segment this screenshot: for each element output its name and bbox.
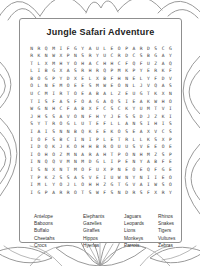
grid-cell[interactable]: O — [79, 167, 86, 175]
grid-cell[interactable]: Y — [101, 113, 108, 121]
grid-cell[interactable]: F — [65, 106, 72, 114]
grid-cell[interactable]: Q — [50, 159, 57, 167]
grid-cell[interactable]: K — [152, 91, 159, 99]
grid-cell[interactable]: K — [108, 129, 115, 137]
grid-cell[interactable]: E — [152, 144, 159, 152]
grid-cell[interactable]: A — [101, 98, 108, 106]
grid-cell[interactable]: S — [79, 174, 86, 182]
grid-cell[interactable]: I — [86, 136, 93, 144]
grid-cell[interactable]: S — [35, 167, 42, 175]
grid-cell[interactable]: G — [72, 45, 79, 53]
grid-cell[interactable]: X — [159, 91, 166, 99]
grid-cell[interactable]: A — [138, 98, 145, 106]
grid-cell[interactable]: W — [152, 182, 159, 190]
grid-cell[interactable]: A — [145, 159, 152, 167]
grid-cell[interactable]: G — [35, 189, 42, 197]
grid-cell[interactable]: X — [145, 129, 152, 137]
grid-cell[interactable]: S — [86, 189, 93, 197]
grid-cell[interactable]: F — [43, 136, 50, 144]
grid-cell[interactable]: T — [145, 91, 152, 99]
grid-cell[interactable]: V — [145, 83, 152, 91]
grid-cell[interactable]: G — [152, 53, 159, 61]
grid-cell[interactable]: A — [86, 98, 93, 106]
grid-cell[interactable]: A — [159, 83, 166, 91]
grid-cell[interactable]: G — [35, 106, 42, 114]
grid-cell[interactable]: C — [130, 53, 137, 61]
grid-cell[interactable]: U — [123, 144, 130, 152]
grid-cell[interactable]: Z — [50, 174, 57, 182]
grid-cell[interactable]: F — [152, 167, 159, 175]
grid-cell[interactable]: U — [28, 91, 35, 99]
grid-cell[interactable]: I — [145, 121, 152, 129]
grid-cell[interactable]: P — [50, 75, 57, 83]
grid-cell[interactable]: N — [43, 167, 50, 175]
grid-cell[interactable]: B — [28, 75, 35, 83]
grid-cell[interactable]: E — [108, 83, 115, 91]
grid-cell[interactable]: A — [138, 129, 145, 137]
grid-cell[interactable]: S — [138, 53, 145, 61]
grid-cell[interactable]: V — [65, 113, 72, 121]
grid-cell[interactable]: E — [72, 83, 79, 91]
grid-cell[interactable]: O — [130, 167, 137, 175]
grid-cell[interactable]: U — [94, 167, 101, 175]
grid-cell[interactable]: Y — [145, 75, 152, 83]
grid-cell[interactable]: O — [35, 136, 42, 144]
grid-cell[interactable]: N — [123, 75, 130, 83]
grid-cell[interactable]: I — [35, 68, 42, 76]
grid-cell[interactable]: S — [79, 53, 86, 61]
grid-cell[interactable]: O — [116, 45, 123, 53]
grid-cell[interactable]: E — [167, 144, 174, 152]
grid-cell[interactable]: N — [43, 106, 50, 114]
grid-cell[interactable]: R — [152, 68, 159, 76]
grid-cell[interactable]: H — [94, 182, 101, 190]
grid-cell[interactable]: W — [116, 174, 123, 182]
grid-cell[interactable]: O — [35, 75, 42, 83]
grid-cell[interactable]: K — [159, 113, 166, 121]
grid-cell[interactable]: O — [72, 91, 79, 99]
grid-cell[interactable]: F — [108, 75, 115, 83]
grid-cell[interactable]: F — [145, 189, 152, 197]
grid-cell[interactable]: W — [101, 83, 108, 91]
grid-cell[interactable]: Z — [152, 151, 159, 159]
grid-cell[interactable]: I — [167, 113, 174, 121]
grid-cell[interactable]: M — [65, 159, 72, 167]
grid-cell[interactable]: E — [108, 45, 115, 53]
grid-cell[interactable]: A — [86, 45, 93, 53]
grid-cell[interactable]: K — [86, 129, 93, 137]
grid-cell[interactable]: O — [116, 129, 123, 137]
grid-cell[interactable]: E — [123, 91, 130, 99]
grid-cell[interactable]: Y — [94, 53, 101, 61]
grid-cell[interactable]: F — [101, 121, 108, 129]
grid-cell[interactable]: R — [123, 136, 130, 144]
grid-cell[interactable]: R — [159, 189, 166, 197]
grid-cell[interactable]: X — [72, 75, 79, 83]
grid-cell[interactable]: L — [108, 121, 115, 129]
grid-cell[interactable]: I — [28, 182, 35, 190]
grid-cell[interactable]: O — [123, 151, 130, 159]
grid-cell[interactable]: E — [79, 91, 86, 99]
grid-cell[interactable]: L — [101, 45, 108, 53]
grid-cell[interactable]: Q — [79, 129, 86, 137]
grid-cell[interactable]: Y — [130, 106, 137, 114]
grid-cell[interactable]: N — [57, 167, 64, 175]
grid-cell[interactable]: B — [94, 144, 101, 152]
grid-cell[interactable]: F — [152, 75, 159, 83]
grid-cell[interactable]: U — [108, 174, 115, 182]
grid-cell[interactable]: S — [138, 189, 145, 197]
grid-cell[interactable]: P — [94, 136, 101, 144]
grid-cell[interactable]: N — [79, 136, 86, 144]
grid-cell[interactable]: M — [57, 83, 64, 91]
grid-cell[interactable]: N — [43, 53, 50, 61]
grid-cell[interactable]: X — [101, 167, 108, 175]
grid-cell[interactable]: M — [145, 106, 152, 114]
grid-cell[interactable]: O — [167, 174, 174, 182]
grid-cell[interactable]: C — [65, 136, 72, 144]
grid-cell[interactable]: H — [138, 151, 145, 159]
grid-cell[interactable]: M — [116, 68, 123, 76]
grid-cell[interactable]: E — [94, 129, 101, 137]
grid-cell[interactable]: K — [123, 106, 130, 114]
grid-cell[interactable]: F — [123, 60, 130, 68]
grid-cell[interactable]: H — [35, 113, 42, 121]
grid-cell[interactable]: O — [57, 121, 64, 129]
grid-cell[interactable]: Z — [152, 113, 159, 121]
grid-cell[interactable]: E — [138, 167, 145, 175]
grid-cell[interactable]: V — [138, 144, 145, 152]
grid-cell[interactable]: A — [138, 182, 145, 190]
grid-cell[interactable]: G — [108, 182, 115, 190]
grid-cell[interactable]: M — [79, 159, 86, 167]
grid-cell[interactable]: L — [130, 136, 137, 144]
grid-cell[interactable]: O — [108, 144, 115, 152]
grid-cell[interactable]: R — [116, 53, 123, 61]
grid-cell[interactable]: N — [130, 159, 137, 167]
grid-cell[interactable]: S — [72, 68, 79, 76]
grid-cell[interactable]: H — [50, 106, 57, 114]
grid-cell[interactable]: H — [159, 98, 166, 106]
grid-cell[interactable]: D — [145, 45, 152, 53]
grid-cell[interactable]: U — [94, 45, 101, 53]
grid-cell[interactable]: T — [79, 189, 86, 197]
grid-cell[interactable]: F — [86, 167, 93, 175]
grid-cell[interactable]: N — [35, 159, 42, 167]
grid-cell[interactable]: L — [72, 182, 79, 190]
grid-cell[interactable]: R — [79, 68, 86, 76]
grid-cell[interactable]: A — [159, 60, 166, 68]
grid-cell[interactable]: T — [108, 151, 115, 159]
grid-cell[interactable]: F — [86, 113, 93, 121]
grid-cell[interactable]: B — [79, 106, 86, 114]
grid-cell[interactable]: W — [94, 189, 101, 197]
grid-cell[interactable]: I — [28, 189, 35, 197]
grid-cell[interactable]: L — [28, 68, 35, 76]
grid-cell[interactable]: N — [72, 151, 79, 159]
grid-cell[interactable]: N — [72, 53, 79, 61]
grid-cell[interactable]: R — [138, 45, 145, 53]
grid-cell[interactable]: Y — [130, 174, 137, 182]
grid-cell[interactable]: N — [28, 45, 35, 53]
grid-cell[interactable]: S — [167, 121, 174, 129]
grid-cell[interactable]: S — [50, 136, 57, 144]
grid-cell[interactable]: I — [28, 129, 35, 137]
grid-cell[interactable]: L — [35, 83, 42, 91]
grid-cell[interactable]: A — [50, 189, 57, 197]
grid-cell[interactable]: X — [159, 136, 166, 144]
grid-cell[interactable]: X — [152, 189, 159, 197]
grid-cell[interactable]: C — [35, 91, 42, 99]
grid-cell[interactable]: U — [101, 53, 108, 61]
grid-cell[interactable]: X — [57, 68, 64, 76]
grid-cell[interactable]: Q — [152, 83, 159, 91]
grid-cell[interactable]: Y — [35, 121, 42, 129]
grid-cell[interactable]: U — [145, 60, 152, 68]
grid-cell[interactable]: Q — [43, 45, 50, 53]
grid-cell[interactable]: Z — [57, 151, 64, 159]
grid-cell[interactable]: P — [167, 151, 174, 159]
grid-cell[interactable]: E — [94, 121, 101, 129]
grid-cell[interactable]: O — [72, 113, 79, 121]
grid-cell[interactable]: G — [94, 98, 101, 106]
grid-cell[interactable]: V — [57, 159, 64, 167]
grid-cell[interactable]: Y — [138, 159, 145, 167]
grid-cell[interactable]: G — [138, 91, 145, 99]
grid-cell[interactable]: Q — [145, 167, 152, 175]
grid-cell[interactable]: S — [116, 98, 123, 106]
grid-cell[interactable]: J — [57, 144, 64, 152]
grid-cell[interactable]: N — [116, 167, 123, 175]
grid-cell[interactable]: M — [145, 151, 152, 159]
grid-cell[interactable]: Q — [108, 98, 115, 106]
grid-cell[interactable]: D — [86, 159, 93, 167]
grid-cell[interactable]: N — [123, 83, 130, 91]
grid-cell[interactable]: S — [43, 98, 50, 106]
grid-cell[interactable]: N — [72, 159, 79, 167]
grid-cell[interactable]: S — [152, 45, 159, 53]
grid-cell[interactable]: F — [167, 68, 174, 76]
grid-cell[interactable]: A — [35, 129, 42, 137]
grid-cell[interactable]: C — [94, 60, 101, 68]
grid-cell[interactable]: P — [116, 159, 123, 167]
grid-cell[interactable]: R — [50, 121, 57, 129]
grid-cell[interactable]: E — [167, 159, 174, 167]
grid-cell[interactable]: L — [35, 60, 42, 68]
grid-cell[interactable]: I — [28, 136, 35, 144]
grid-cell[interactable]: A — [101, 91, 108, 99]
grid-cell[interactable]: G — [123, 182, 130, 190]
grid-cell[interactable]: K — [145, 98, 152, 106]
grid-cell[interactable]: H — [108, 60, 115, 68]
grid-cell[interactable]: J — [145, 113, 152, 121]
grid-cell[interactable]: V — [86, 174, 93, 182]
grid-cell[interactable]: A — [86, 60, 93, 68]
grid-cell[interactable]: U — [79, 121, 86, 129]
grid-cell[interactable]: M — [35, 182, 42, 190]
grid-cell[interactable]: H — [57, 60, 64, 68]
grid-cell[interactable]: O — [79, 182, 86, 190]
grid-cell[interactable]: O — [65, 83, 72, 91]
grid-cell[interactable]: X — [86, 106, 93, 114]
grid-cell[interactable]: P — [116, 151, 123, 159]
grid-cell[interactable]: A — [79, 151, 86, 159]
grid-cell[interactable]: A — [123, 121, 130, 129]
grid-cell[interactable]: H — [86, 68, 93, 76]
grid-cell[interactable]: R — [35, 45, 42, 53]
grid-cell[interactable]: D — [123, 189, 130, 197]
grid-cell[interactable]: S — [159, 182, 166, 190]
grid-cell[interactable]: I — [145, 174, 152, 182]
grid-cell[interactable]: H — [79, 144, 86, 152]
grid-cell[interactable]: L — [86, 75, 93, 83]
grid-cell[interactable]: I — [28, 151, 35, 159]
grid-cell[interactable]: O — [167, 182, 174, 190]
grid-cell[interactable]: K — [145, 136, 152, 144]
grid-cell[interactable]: T — [116, 182, 123, 190]
grid-cell[interactable]: B — [145, 53, 152, 61]
grid-cell[interactable]: B — [94, 91, 101, 99]
grid-cell[interactable]: E — [123, 167, 130, 175]
grid-cell[interactable]: Z — [116, 91, 123, 99]
grid-cell[interactable]: J — [138, 83, 145, 91]
grid-cell[interactable]: K — [65, 144, 72, 152]
grid-cell[interactable]: O — [35, 151, 42, 159]
grid-cell[interactable]: J — [108, 113, 115, 121]
grid-cell[interactable]: E — [94, 174, 101, 182]
grid-cell[interactable]: E — [159, 174, 166, 182]
grid-cell[interactable]: I — [159, 121, 166, 129]
grid-cell[interactable]: A — [72, 174, 79, 182]
grid-cell[interactable]: N — [123, 174, 130, 182]
grid-cell[interactable]: T — [116, 136, 123, 144]
grid-cell[interactable]: O — [167, 98, 174, 106]
grid-cell[interactable]: A — [65, 68, 72, 76]
grid-cell[interactable]: S — [138, 121, 145, 129]
grid-cell[interactable]: S — [152, 136, 159, 144]
grid-cell[interactable]: P — [108, 68, 115, 76]
grid-cell[interactable]: E — [167, 167, 174, 175]
grid-cell[interactable]: S — [130, 113, 137, 121]
grid-cell[interactable]: K — [123, 68, 130, 76]
grid-cell[interactable]: R — [57, 91, 64, 99]
grid-cell[interactable]: T — [28, 98, 35, 106]
grid-cell[interactable]: P — [43, 189, 50, 197]
grid-cell[interactable]: L — [138, 136, 145, 144]
grid-cell[interactable]: C — [116, 106, 123, 114]
grid-cell[interactable]: A — [72, 106, 79, 114]
grid-cell[interactable]: L — [108, 91, 115, 99]
grid-cell[interactable]: E — [145, 144, 152, 152]
grid-cell[interactable]: S — [123, 113, 130, 121]
grid-cell[interactable]: L — [130, 83, 137, 91]
grid-cell[interactable]: V — [152, 129, 159, 137]
grid-cell[interactable]: A — [94, 151, 101, 159]
grid-cell[interactable]: Q — [43, 144, 50, 152]
grid-cell[interactable]: O — [79, 98, 86, 106]
grid-cell[interactable]: E — [130, 75, 137, 83]
grid-cell[interactable]: Q — [167, 60, 174, 68]
grid-cell[interactable]: L — [72, 121, 79, 129]
grid-cell[interactable]: R — [65, 189, 72, 197]
grid-cell[interactable]: R — [86, 53, 93, 61]
grid-cell[interactable]: Q — [43, 159, 50, 167]
grid-cell[interactable]: A — [159, 53, 166, 61]
grid-cell[interactable]: S — [167, 83, 174, 91]
grid-cell[interactable]: G — [50, 68, 57, 76]
grid-cell[interactable]: R — [86, 151, 93, 159]
grid-cell[interactable]: N — [138, 174, 145, 182]
grid-cell[interactable]: L — [138, 75, 145, 83]
grid-cell[interactable]: W — [152, 98, 159, 106]
grid-cell[interactable]: X — [94, 75, 101, 83]
grid-cell[interactable]: I — [72, 136, 79, 144]
grid-cell[interactable]: N — [65, 129, 72, 137]
grid-cell[interactable]: A — [57, 113, 64, 121]
grid-cell[interactable]: S — [28, 121, 35, 129]
grid-cell[interactable]: A — [130, 45, 137, 53]
grid-cell[interactable]: F — [50, 98, 57, 106]
grid-cell[interactable]: C — [159, 129, 166, 137]
grid-cell[interactable]: B — [72, 129, 79, 137]
grid-cell[interactable]: K — [35, 53, 42, 61]
grid-cell[interactable]: L — [116, 121, 123, 129]
grid-cell[interactable]: M — [65, 151, 72, 159]
grid-cell[interactable]: M — [43, 91, 50, 99]
grid-cell[interactable]: F — [94, 106, 101, 114]
grid-cell[interactable]: I — [152, 174, 159, 182]
grid-cell[interactable]: E — [101, 129, 108, 137]
grid-cell[interactable]: Y — [167, 53, 174, 61]
grid-cell[interactable]: U — [138, 106, 145, 114]
grid-cell[interactable]: P — [65, 53, 72, 61]
grid-cell[interactable]: G — [65, 121, 72, 129]
grid-cell[interactable]: J — [28, 113, 35, 121]
grid-cell[interactable]: C — [57, 106, 64, 114]
grid-cell[interactable]: Y — [57, 75, 64, 83]
grid-cell[interactable]: H — [43, 151, 50, 159]
grid-cell[interactable]: M — [94, 83, 101, 91]
grid-cell[interactable]: R — [101, 144, 108, 152]
grid-cell[interactable]: S — [50, 129, 57, 137]
grid-cell[interactable]: V — [159, 106, 166, 114]
grid-cell[interactable]: K — [159, 68, 166, 76]
grid-cell[interactable]: T — [152, 106, 159, 114]
grid-cell[interactable]: T — [28, 60, 35, 68]
grid-cell[interactable]: I — [28, 144, 35, 152]
grid-cell[interactable]: B — [152, 159, 159, 167]
grid-cell[interactable]: I — [123, 98, 130, 106]
grid-cell[interactable]: C — [159, 45, 166, 53]
grid-cell[interactable]: Y — [167, 189, 174, 197]
grid-cell[interactable]: I — [101, 174, 108, 182]
grid-cell[interactable]: Z — [101, 182, 108, 190]
grid-cell[interactable]: U — [116, 144, 123, 152]
grid-cell[interactable]: T — [28, 174, 35, 182]
grid-cell[interactable]: S — [159, 151, 166, 159]
grid-cell[interactable]: N — [167, 91, 174, 99]
grid-cell[interactable]: H — [79, 60, 86, 68]
grid-cell[interactable]: T — [86, 121, 93, 129]
grid-cell[interactable]: L — [101, 159, 108, 167]
grid-cell[interactable]: O — [72, 60, 79, 68]
grid-cell[interactable]: K — [50, 144, 57, 152]
grid-cell[interactable]: G — [167, 45, 174, 53]
grid-cell[interactable]: E — [79, 83, 86, 91]
grid-cell[interactable]: I — [167, 106, 174, 114]
grid-cell[interactable]: R — [94, 68, 101, 76]
grid-cell[interactable]: N — [57, 129, 64, 137]
